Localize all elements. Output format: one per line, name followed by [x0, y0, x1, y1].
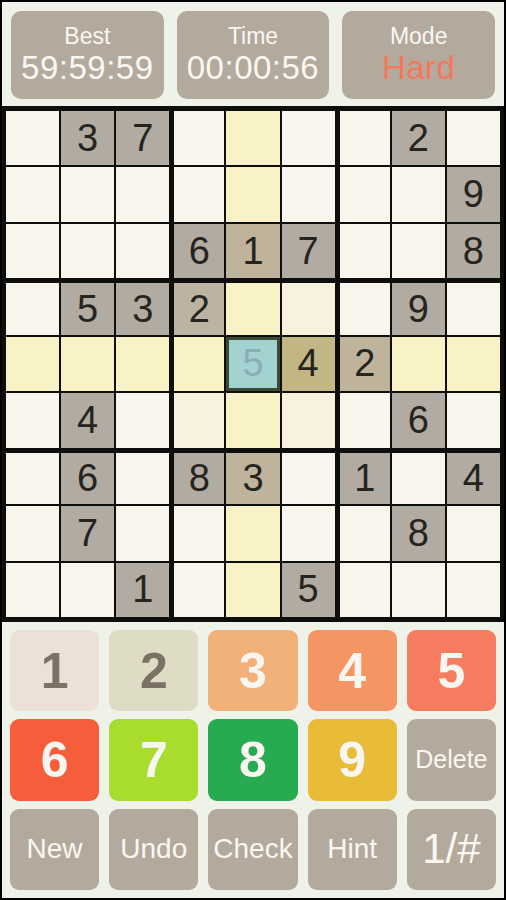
- cell-r6c2[interactable]: 4: [61, 393, 114, 447]
- numpad-row-1: 12345: [10, 630, 496, 711]
- cell-r1c1[interactable]: [6, 111, 59, 165]
- cell-r4c6[interactable]: [282, 280, 335, 334]
- best-label: Best: [64, 23, 110, 49]
- numpad-9[interactable]: 9: [308, 719, 397, 800]
- cell-r5c7[interactable]: 2: [337, 337, 390, 391]
- cell-r7c7[interactable]: 1: [337, 450, 390, 504]
- cell-r9c8[interactable]: [392, 563, 445, 617]
- cell-r2c7[interactable]: [337, 167, 390, 221]
- cell-r7c9[interactable]: 4: [447, 450, 500, 504]
- cell-r3c8[interactable]: [392, 224, 445, 278]
- cell-r2c3[interactable]: [116, 167, 169, 221]
- cell-r3c6[interactable]: 7: [282, 224, 335, 278]
- cell-r1c9[interactable]: [447, 111, 500, 165]
- sudoku-board: 37296178532954246683147815: [2, 106, 504, 622]
- check-button[interactable]: Check: [208, 809, 297, 890]
- numpad-6[interactable]: 6: [10, 719, 99, 800]
- cell-r7c4[interactable]: 8: [171, 450, 224, 504]
- cell-r2c9[interactable]: 9: [447, 167, 500, 221]
- cell-r1c7[interactable]: [337, 111, 390, 165]
- hint-button[interactable]: Hint: [308, 809, 397, 890]
- numpad-2[interactable]: 2: [109, 630, 198, 711]
- numpad-7[interactable]: 7: [109, 719, 198, 800]
- cell-r9c9[interactable]: [447, 563, 500, 617]
- cell-r9c5[interactable]: [226, 563, 279, 617]
- cell-r6c4[interactable]: [171, 393, 224, 447]
- cell-r3c9[interactable]: 8: [447, 224, 500, 278]
- mode-value: Hard: [382, 49, 456, 87]
- cell-r6c3[interactable]: [116, 393, 169, 447]
- cell-r4c1[interactable]: [6, 280, 59, 334]
- time-panel: Time 00:00:56: [177, 11, 330, 99]
- pencil-mode-button[interactable]: 1/#: [407, 809, 496, 890]
- time-label: Time: [228, 23, 278, 49]
- cell-r3c5[interactable]: 1: [226, 224, 279, 278]
- cell-r5c2[interactable]: [61, 337, 114, 391]
- cell-r8c7[interactable]: [337, 506, 390, 560]
- cell-r7c2[interactable]: 6: [61, 450, 114, 504]
- cell-r9c3[interactable]: 1: [116, 563, 169, 617]
- cell-r8c9[interactable]: [447, 506, 500, 560]
- cell-r8c3[interactable]: [116, 506, 169, 560]
- cell-r9c4[interactable]: [171, 563, 224, 617]
- cell-r4c2[interactable]: 5: [61, 280, 114, 334]
- cell-r1c5[interactable]: [226, 111, 279, 165]
- cell-r8c6[interactable]: [282, 506, 335, 560]
- cell-r4c5[interactable]: [226, 280, 279, 334]
- cell-r7c1[interactable]: [6, 450, 59, 504]
- cell-r8c1[interactable]: [6, 506, 59, 560]
- cell-r1c4[interactable]: [171, 111, 224, 165]
- cell-r4c7[interactable]: [337, 280, 390, 334]
- cell-r5c6[interactable]: 4: [282, 337, 335, 391]
- cell-r9c1[interactable]: [6, 563, 59, 617]
- numpad-3[interactable]: 3: [208, 630, 297, 711]
- cell-r2c5[interactable]: [226, 167, 279, 221]
- cell-r1c3[interactable]: 7: [116, 111, 169, 165]
- cell-r9c6[interactable]: 5: [282, 563, 335, 617]
- numpad-1[interactable]: 1: [10, 630, 99, 711]
- delete-button[interactable]: Delete: [407, 719, 496, 800]
- undo-button[interactable]: Undo: [109, 809, 198, 890]
- cell-r6c6[interactable]: [282, 393, 335, 447]
- best-panel: Best 59:59:59: [11, 11, 164, 99]
- mode-button[interactable]: Mode Hard: [342, 11, 495, 99]
- cell-r4c9[interactable]: [447, 280, 500, 334]
- cell-r1c8[interactable]: 2: [392, 111, 445, 165]
- cell-r2c6[interactable]: [282, 167, 335, 221]
- numpad-row-2: 6789Delete: [10, 719, 496, 800]
- cell-r7c8[interactable]: [392, 450, 445, 504]
- cell-r4c8[interactable]: 9: [392, 280, 445, 334]
- cell-r3c3[interactable]: [116, 224, 169, 278]
- mode-label: Mode: [390, 23, 448, 49]
- cell-r9c7[interactable]: [337, 563, 390, 617]
- cell-r7c6[interactable]: [282, 450, 335, 504]
- cell-r4c4[interactable]: 2: [171, 280, 224, 334]
- cell-r8c5[interactable]: [226, 506, 279, 560]
- numpad-5[interactable]: 5: [407, 630, 496, 711]
- cell-r3c7[interactable]: [337, 224, 390, 278]
- best-value: 59:59:59: [21, 49, 153, 87]
- cell-r3c2[interactable]: [61, 224, 114, 278]
- cell-r3c1[interactable]: [6, 224, 59, 278]
- cell-r5c3[interactable]: [116, 337, 169, 391]
- cell-r6c8[interactable]: 6: [392, 393, 445, 447]
- new-button[interactable]: New: [10, 809, 99, 890]
- cell-r8c2[interactable]: 7: [61, 506, 114, 560]
- cell-r6c5[interactable]: [226, 393, 279, 447]
- cell-r2c2[interactable]: [61, 167, 114, 221]
- numpad-8[interactable]: 8: [208, 719, 297, 800]
- cell-r3c4[interactable]: 6: [171, 224, 224, 278]
- stat-bar: Best 59:59:59 Time 00:00:56 Mode Hard: [2, 2, 504, 106]
- cell-r7c5[interactable]: 3: [226, 450, 279, 504]
- action-row: New Undo Check Hint 1/#: [10, 809, 496, 890]
- cell-r5c1[interactable]: [6, 337, 59, 391]
- cell-r2c1[interactable]: [6, 167, 59, 221]
- cell-r9c2[interactable]: [61, 563, 114, 617]
- time-value: 00:00:56: [187, 49, 319, 87]
- cell-r5c9[interactable]: [447, 337, 500, 391]
- sudoku-app: Best 59:59:59 Time 00:00:56 Mode Hard 37…: [0, 0, 506, 900]
- cell-r6c7[interactable]: [337, 393, 390, 447]
- control-pad: 12345 6789Delete New Undo Check Hint 1/#: [2, 622, 504, 898]
- cell-r6c9[interactable]: [447, 393, 500, 447]
- cell-r6c1[interactable]: [6, 393, 59, 447]
- cell-r4c3[interactable]: 3: [116, 280, 169, 334]
- cell-r7c3[interactable]: [116, 450, 169, 504]
- cell-r1c2[interactable]: 3: [61, 111, 114, 165]
- cell-r5c4[interactable]: [171, 337, 224, 391]
- numpad-4[interactable]: 4: [308, 630, 397, 711]
- cell-r8c4[interactable]: [171, 506, 224, 560]
- cell-r5c5[interactable]: 5: [226, 337, 279, 391]
- cell-r2c8[interactable]: [392, 167, 445, 221]
- cell-r8c8[interactable]: 8: [392, 506, 445, 560]
- cell-r1c6[interactable]: [282, 111, 335, 165]
- cell-r2c4[interactable]: [171, 167, 224, 221]
- cell-r5c8[interactable]: [392, 337, 445, 391]
